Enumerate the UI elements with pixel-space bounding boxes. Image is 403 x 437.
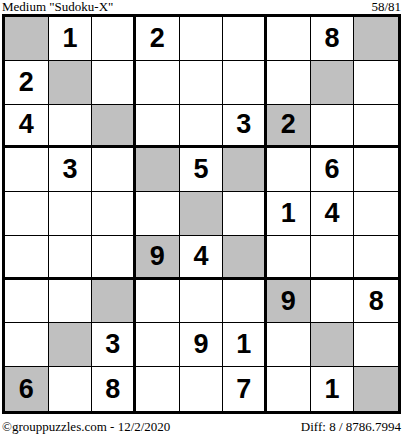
cell-r3c2[interactable] bbox=[49, 105, 93, 149]
cell-r7c2[interactable] bbox=[49, 280, 93, 324]
cell-r8c8[interactable] bbox=[311, 323, 355, 367]
cell-r4c9[interactable] bbox=[354, 148, 398, 192]
cell-r4c7[interactable] bbox=[267, 148, 311, 192]
cell-r9c5[interactable] bbox=[180, 367, 224, 411]
cell-r2c4[interactable] bbox=[136, 61, 180, 105]
cell-r5c3[interactable] bbox=[92, 192, 136, 236]
cell-r3c9[interactable] bbox=[354, 105, 398, 149]
sudoku-grid: 12824323561494983916871 bbox=[2, 14, 401, 414]
cell-r1c5[interactable] bbox=[180, 17, 224, 61]
cell-r7c8[interactable] bbox=[311, 280, 355, 324]
cell-r6c8[interactable] bbox=[311, 236, 355, 280]
cell-r3c5[interactable] bbox=[180, 105, 224, 149]
cell-r6c2[interactable] bbox=[49, 236, 93, 280]
cell-r8c6: 1 bbox=[223, 323, 267, 367]
cell-r1c7[interactable] bbox=[267, 17, 311, 61]
puzzle-page: Medium "Sudoku-X" 58/81 1282432356149498… bbox=[0, 0, 403, 434]
header: Medium "Sudoku-X" 58/81 bbox=[2, 0, 401, 14]
cell-r2c7[interactable] bbox=[267, 61, 311, 105]
cell-r5c4[interactable] bbox=[136, 192, 180, 236]
cell-r5c5[interactable] bbox=[180, 192, 224, 236]
cell-r7c1[interactable] bbox=[5, 280, 49, 324]
cell-r7c3[interactable] bbox=[92, 280, 136, 324]
cell-r6c5: 4 bbox=[180, 236, 224, 280]
cell-r8c1[interactable] bbox=[5, 323, 49, 367]
cell-r7c9: 8 bbox=[354, 280, 398, 324]
cell-r9c4[interactable] bbox=[136, 367, 180, 411]
cell-r3c7: 2 bbox=[267, 105, 311, 149]
difficulty-rating: Diff: 8 / 8786.7994 bbox=[301, 420, 401, 434]
copyright-date: ©grouppuzzles.com - 12/2/2020 bbox=[2, 420, 170, 434]
cell-r2c3[interactable] bbox=[92, 61, 136, 105]
cell-r9c7[interactable] bbox=[267, 367, 311, 411]
cell-r3c3[interactable] bbox=[92, 105, 136, 149]
cell-r4c5: 5 bbox=[180, 148, 224, 192]
cell-r9c3: 8 bbox=[92, 367, 136, 411]
cell-r1c4: 2 bbox=[136, 17, 180, 61]
cell-r3c1: 4 bbox=[5, 105, 49, 149]
cell-r8c7[interactable] bbox=[267, 323, 311, 367]
cell-r3c6: 3 bbox=[223, 105, 267, 149]
cell-r4c3[interactable] bbox=[92, 148, 136, 192]
cell-r6c7[interactable] bbox=[267, 236, 311, 280]
cell-r4c6[interactable] bbox=[223, 148, 267, 192]
cell-r9c8: 1 bbox=[311, 367, 355, 411]
cell-r2c6[interactable] bbox=[223, 61, 267, 105]
cell-r5c2[interactable] bbox=[49, 192, 93, 236]
cell-r6c9[interactable] bbox=[354, 236, 398, 280]
cell-r5c1[interactable] bbox=[5, 192, 49, 236]
cell-r4c2: 3 bbox=[49, 148, 93, 192]
cell-r2c9[interactable] bbox=[354, 61, 398, 105]
cell-r1c9[interactable] bbox=[354, 17, 398, 61]
cell-r5c7: 1 bbox=[267, 192, 311, 236]
cell-r6c3[interactable] bbox=[92, 236, 136, 280]
cell-r8c5: 9 bbox=[180, 323, 224, 367]
puzzle-title: Medium "Sudoku-X" bbox=[2, 0, 113, 14]
cell-r9c9[interactable] bbox=[354, 367, 398, 411]
cell-r1c1[interactable] bbox=[5, 17, 49, 61]
cell-r9c2[interactable] bbox=[49, 367, 93, 411]
cell-r5c6[interactable] bbox=[223, 192, 267, 236]
cell-r7c5[interactable] bbox=[180, 280, 224, 324]
cell-r6c6[interactable] bbox=[223, 236, 267, 280]
cell-r5c9[interactable] bbox=[354, 192, 398, 236]
cell-r9c1: 6 bbox=[5, 367, 49, 411]
cell-r7c6[interactable] bbox=[223, 280, 267, 324]
cell-r8c9[interactable] bbox=[354, 323, 398, 367]
cell-r1c2: 1 bbox=[49, 17, 93, 61]
cell-r3c8[interactable] bbox=[311, 105, 355, 149]
cells-remaining-counter: 58/81 bbox=[371, 0, 401, 14]
cell-r8c2[interactable] bbox=[49, 323, 93, 367]
cell-r2c5[interactable] bbox=[180, 61, 224, 105]
cell-r2c1: 2 bbox=[5, 61, 49, 105]
cell-r7c4[interactable] bbox=[136, 280, 180, 324]
cell-r4c1[interactable] bbox=[5, 148, 49, 192]
cell-r6c4: 9 bbox=[136, 236, 180, 280]
cell-r1c6[interactable] bbox=[223, 17, 267, 61]
cell-r2c8[interactable] bbox=[311, 61, 355, 105]
cell-r4c8: 6 bbox=[311, 148, 355, 192]
cell-r4c4[interactable] bbox=[136, 148, 180, 192]
cell-r8c3: 3 bbox=[92, 323, 136, 367]
cell-r3c4[interactable] bbox=[136, 105, 180, 149]
cell-r9c6: 7 bbox=[223, 367, 267, 411]
footer: ©grouppuzzles.com - 12/2/2020 Diff: 8 / … bbox=[2, 420, 401, 434]
cell-r5c8: 4 bbox=[311, 192, 355, 236]
cell-r2c2[interactable] bbox=[49, 61, 93, 105]
cell-r8c4[interactable] bbox=[136, 323, 180, 367]
cell-r7c7: 9 bbox=[267, 280, 311, 324]
cell-r6c1[interactable] bbox=[5, 236, 49, 280]
cell-r1c8: 8 bbox=[311, 17, 355, 61]
cell-r1c3[interactable] bbox=[92, 17, 136, 61]
